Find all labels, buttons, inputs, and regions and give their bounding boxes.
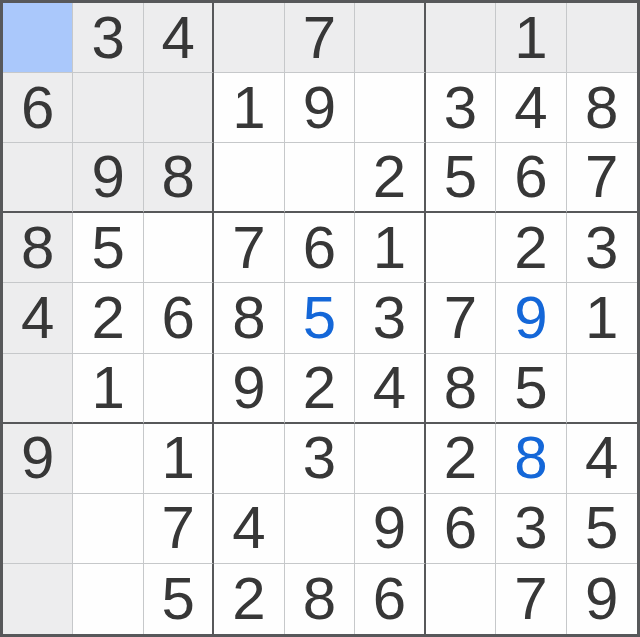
- cell-r7c5[interactable]: 3: [285, 424, 355, 494]
- cell-r4c8[interactable]: 2: [496, 213, 566, 283]
- cell-r9c8[interactable]: 7: [496, 564, 566, 634]
- cell-r1c7[interactable]: [426, 3, 496, 73]
- cell-r9c3[interactable]: 5: [144, 564, 214, 634]
- cell-r3c2[interactable]: 9: [73, 143, 143, 213]
- cell-r1c3[interactable]: 4: [144, 3, 214, 73]
- cell-r1c6[interactable]: [355, 3, 425, 73]
- cell-r4c1[interactable]: 8: [3, 213, 73, 283]
- cell-r3c3[interactable]: 8: [144, 143, 214, 213]
- cell-r2c3[interactable]: [144, 73, 214, 143]
- cell-r7c7[interactable]: 2: [426, 424, 496, 494]
- cell-r5c3[interactable]: 6: [144, 283, 214, 353]
- cell-r3c8[interactable]: 6: [496, 143, 566, 213]
- cell-r6c9[interactable]: [567, 354, 637, 424]
- cell-r8c2[interactable]: [73, 494, 143, 564]
- cell-r5c2[interactable]: 2: [73, 283, 143, 353]
- cell-r4c3[interactable]: [144, 213, 214, 283]
- cell-r1c5[interactable]: 7: [285, 3, 355, 73]
- cell-r5c4[interactable]: 8: [214, 283, 284, 353]
- cell-r9c2[interactable]: [73, 564, 143, 634]
- cell-r8c8[interactable]: 3: [496, 494, 566, 564]
- cell-r5c5[interactable]: 5: [285, 283, 355, 353]
- cell-r6c2[interactable]: 1: [73, 354, 143, 424]
- cell-r5c8[interactable]: 9: [496, 283, 566, 353]
- cell-r2c1[interactable]: 6: [3, 73, 73, 143]
- cell-r8c3[interactable]: 7: [144, 494, 214, 564]
- cell-r1c1[interactable]: [3, 3, 73, 73]
- cell-r3c6[interactable]: 2: [355, 143, 425, 213]
- cell-r3c9[interactable]: 7: [567, 143, 637, 213]
- cell-r6c7[interactable]: 8: [426, 354, 496, 424]
- cell-r7c8[interactable]: 8: [496, 424, 566, 494]
- cell-r2c8[interactable]: 4: [496, 73, 566, 143]
- cell-r7c3[interactable]: 1: [144, 424, 214, 494]
- cell-r6c5[interactable]: 2: [285, 354, 355, 424]
- cell-r2c5[interactable]: 9: [285, 73, 355, 143]
- cell-r2c2[interactable]: [73, 73, 143, 143]
- cell-r6c4[interactable]: 9: [214, 354, 284, 424]
- sudoku-board: 3471619348982567857612342685379119248591…: [0, 0, 640, 637]
- cell-r3c1[interactable]: [3, 143, 73, 213]
- cell-r6c6[interactable]: 4: [355, 354, 425, 424]
- cell-r8c1[interactable]: [3, 494, 73, 564]
- cell-r4c2[interactable]: 5: [73, 213, 143, 283]
- cell-r2c6[interactable]: [355, 73, 425, 143]
- cell-r9c7[interactable]: [426, 564, 496, 634]
- cell-r8c7[interactable]: 6: [426, 494, 496, 564]
- cell-r6c8[interactable]: 5: [496, 354, 566, 424]
- cell-r4c7[interactable]: [426, 213, 496, 283]
- cell-r2c7[interactable]: 3: [426, 73, 496, 143]
- cell-r3c4[interactable]: [214, 143, 284, 213]
- cell-r1c2[interactable]: 3: [73, 3, 143, 73]
- cell-r6c1[interactable]: [3, 354, 73, 424]
- cell-r7c4[interactable]: [214, 424, 284, 494]
- cell-r5c9[interactable]: 1: [567, 283, 637, 353]
- cell-r7c6[interactable]: [355, 424, 425, 494]
- cell-r7c1[interactable]: 9: [3, 424, 73, 494]
- cell-r8c4[interactable]: 4: [214, 494, 284, 564]
- cell-r3c5[interactable]: [285, 143, 355, 213]
- cell-r6c3[interactable]: [144, 354, 214, 424]
- cell-r8c5[interactable]: [285, 494, 355, 564]
- cell-r7c2[interactable]: [73, 424, 143, 494]
- cell-r8c6[interactable]: 9: [355, 494, 425, 564]
- cell-r9c4[interactable]: 2: [214, 564, 284, 634]
- cell-r8c9[interactable]: 5: [567, 494, 637, 564]
- cell-r9c5[interactable]: 8: [285, 564, 355, 634]
- cell-r9c9[interactable]: 9: [567, 564, 637, 634]
- cell-r5c6[interactable]: 3: [355, 283, 425, 353]
- cell-r4c4[interactable]: 7: [214, 213, 284, 283]
- cell-r1c4[interactable]: [214, 3, 284, 73]
- cell-r4c9[interactable]: 3: [567, 213, 637, 283]
- cell-r7c9[interactable]: 4: [567, 424, 637, 494]
- cell-r5c1[interactable]: 4: [3, 283, 73, 353]
- cell-r9c6[interactable]: 6: [355, 564, 425, 634]
- cell-r1c8[interactable]: 1: [496, 3, 566, 73]
- cell-r4c6[interactable]: 1: [355, 213, 425, 283]
- cell-r2c9[interactable]: 8: [567, 73, 637, 143]
- cell-r9c1[interactable]: [3, 564, 73, 634]
- cell-r3c7[interactable]: 5: [426, 143, 496, 213]
- cell-r5c7[interactable]: 7: [426, 283, 496, 353]
- cell-r4c5[interactable]: 6: [285, 213, 355, 283]
- cell-r2c4[interactable]: 1: [214, 73, 284, 143]
- cell-r1c9[interactable]: [567, 3, 637, 73]
